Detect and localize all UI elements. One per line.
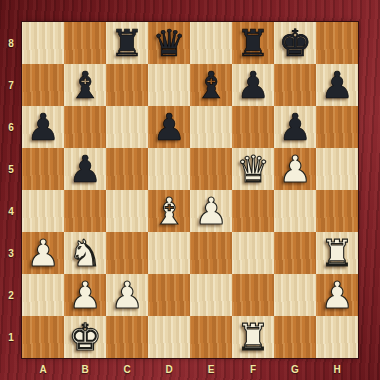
square-e5[interactable]	[190, 148, 232, 190]
square-f1[interactable]: ♜	[232, 316, 274, 358]
black-pawn-icon[interactable]: ♟	[274, 106, 316, 148]
square-d8[interactable]: ♛	[148, 22, 190, 64]
file-label-e: E	[190, 358, 232, 380]
square-c2[interactable]: ♟	[106, 274, 148, 316]
square-c6[interactable]	[106, 106, 148, 148]
rank-labels: 87654321	[0, 22, 22, 358]
square-d2[interactable]	[148, 274, 190, 316]
square-h8[interactable]	[316, 22, 358, 64]
square-f4[interactable]	[232, 190, 274, 232]
file-label-c: C	[106, 358, 148, 380]
square-g5[interactable]: ♟	[274, 148, 316, 190]
square-d5[interactable]	[148, 148, 190, 190]
square-g8[interactable]: ♚	[274, 22, 316, 64]
rank-label-8: 8	[0, 22, 22, 64]
file-label-b: B	[64, 358, 106, 380]
rank-label-7: 7	[0, 64, 22, 106]
square-b5[interactable]: ♟	[64, 148, 106, 190]
square-h7[interactable]: ♟	[316, 64, 358, 106]
rank-label-1: 1	[0, 316, 22, 358]
square-b8[interactable]	[64, 22, 106, 64]
square-e2[interactable]	[190, 274, 232, 316]
black-queen-icon[interactable]: ♛	[148, 22, 190, 64]
white-pawn-icon[interactable]: ♟	[316, 274, 358, 316]
square-b1[interactable]: ♚	[64, 316, 106, 358]
white-pawn-icon[interactable]: ♟	[190, 190, 232, 232]
rank-label-6: 6	[0, 106, 22, 148]
square-e6[interactable]	[190, 106, 232, 148]
square-a8[interactable]	[22, 22, 64, 64]
black-pawn-icon[interactable]: ♟	[22, 106, 64, 148]
white-rook-icon[interactable]: ♜	[232, 316, 274, 358]
file-label-d: D	[148, 358, 190, 380]
square-c8[interactable]: ♜	[106, 22, 148, 64]
square-e7[interactable]: ♝	[190, 64, 232, 106]
square-d3[interactable]	[148, 232, 190, 274]
square-c7[interactable]	[106, 64, 148, 106]
square-b7[interactable]: ♝	[64, 64, 106, 106]
square-a5[interactable]	[22, 148, 64, 190]
white-bishop-icon[interactable]: ♝	[148, 190, 190, 232]
square-c5[interactable]	[106, 148, 148, 190]
square-b4[interactable]	[64, 190, 106, 232]
file-labels: ABCDEFGH	[22, 358, 358, 380]
black-pawn-icon[interactable]: ♟	[64, 148, 106, 190]
square-a7[interactable]	[22, 64, 64, 106]
white-pawn-icon[interactable]: ♟	[106, 274, 148, 316]
square-a2[interactable]	[22, 274, 64, 316]
file-label-g: G	[274, 358, 316, 380]
chess-board: ♜♛♜♚♝♝♟♟♟♟♟♟♛♟♝♟♟♞♜♟♟♟♚♜	[22, 22, 358, 358]
black-rook-icon[interactable]: ♜	[106, 22, 148, 64]
square-b3[interactable]: ♞	[64, 232, 106, 274]
square-a1[interactable]	[22, 316, 64, 358]
white-pawn-icon[interactable]: ♟	[274, 148, 316, 190]
white-queen-icon[interactable]: ♛	[232, 148, 274, 190]
black-bishop-icon[interactable]: ♝	[190, 64, 232, 106]
square-b2[interactable]: ♟	[64, 274, 106, 316]
file-label-a: A	[22, 358, 64, 380]
square-e3[interactable]	[190, 232, 232, 274]
square-f7[interactable]: ♟	[232, 64, 274, 106]
square-e4[interactable]: ♟	[190, 190, 232, 232]
black-pawn-icon[interactable]: ♟	[232, 64, 274, 106]
black-pawn-icon[interactable]: ♟	[316, 64, 358, 106]
white-knight-icon[interactable]: ♞	[64, 232, 106, 274]
rank-label-4: 4	[0, 190, 22, 232]
square-c4[interactable]	[106, 190, 148, 232]
file-label-h: H	[316, 358, 358, 380]
square-f3[interactable]	[232, 232, 274, 274]
square-g7[interactable]	[274, 64, 316, 106]
square-f6[interactable]	[232, 106, 274, 148]
square-h3[interactable]: ♜	[316, 232, 358, 274]
square-e8[interactable]	[190, 22, 232, 64]
square-h4[interactable]	[316, 190, 358, 232]
square-g1[interactable]	[274, 316, 316, 358]
rank-label-3: 3	[0, 232, 22, 274]
square-h6[interactable]	[316, 106, 358, 148]
square-b6[interactable]	[64, 106, 106, 148]
square-a3[interactable]: ♟	[22, 232, 64, 274]
square-c3[interactable]	[106, 232, 148, 274]
square-a4[interactable]	[22, 190, 64, 232]
square-h5[interactable]	[316, 148, 358, 190]
square-g3[interactable]	[274, 232, 316, 274]
chess-board-frame: ♜♛♜♚♝♝♟♟♟♟♟♟♛♟♝♟♟♞♜♟♟♟♚♜ 87654321 ABCDEF…	[0, 0, 380, 380]
white-rook-icon[interactable]: ♜	[316, 232, 358, 274]
white-pawn-icon[interactable]: ♟	[64, 274, 106, 316]
square-g2[interactable]	[274, 274, 316, 316]
square-d7[interactable]	[148, 64, 190, 106]
square-g4[interactable]	[274, 190, 316, 232]
square-f2[interactable]	[232, 274, 274, 316]
square-a6[interactable]: ♟	[22, 106, 64, 148]
black-pawn-icon[interactable]: ♟	[148, 106, 190, 148]
black-bishop-icon[interactable]: ♝	[64, 64, 106, 106]
square-e1[interactable]	[190, 316, 232, 358]
square-f8[interactable]: ♜	[232, 22, 274, 64]
square-h2[interactable]: ♟	[316, 274, 358, 316]
rank-label-5: 5	[0, 148, 22, 190]
file-label-f: F	[232, 358, 274, 380]
black-rook-icon[interactable]: ♜	[232, 22, 274, 64]
square-g6[interactable]: ♟	[274, 106, 316, 148]
square-c1[interactable]	[106, 316, 148, 358]
black-king-icon[interactable]: ♚	[274, 22, 316, 64]
white-king-icon[interactable]: ♚	[64, 316, 106, 358]
square-h1[interactable]	[316, 316, 358, 358]
rank-label-2: 2	[0, 274, 22, 316]
square-d4[interactable]: ♝	[148, 190, 190, 232]
square-d6[interactable]: ♟	[148, 106, 190, 148]
white-pawn-icon[interactable]: ♟	[22, 232, 64, 274]
square-d1[interactable]	[148, 316, 190, 358]
square-f5[interactable]: ♛	[232, 148, 274, 190]
